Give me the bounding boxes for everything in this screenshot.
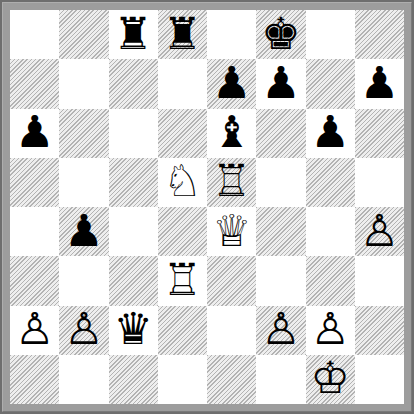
square-d1[interactable] — [158, 355, 207, 404]
square-f8[interactable]: ♚ — [256, 10, 305, 59]
square-h7[interactable]: ♟ — [355, 59, 404, 108]
black-queen-c2[interactable]: ♛ — [113, 307, 152, 351]
square-h1[interactable] — [355, 355, 404, 404]
square-c3[interactable] — [109, 256, 158, 305]
square-a2[interactable]: ♙ — [10, 306, 59, 355]
black-king-f8[interactable]: ♚ — [261, 12, 300, 56]
square-d3[interactable]: ♖ — [158, 256, 207, 305]
black-bishop-e6[interactable]: ♝ — [212, 110, 251, 154]
square-g3[interactable] — [306, 256, 355, 305]
square-c6[interactable] — [109, 109, 158, 158]
square-d2[interactable] — [158, 306, 207, 355]
square-f4[interactable] — [256, 207, 305, 256]
black-rook-d8[interactable]: ♜ — [163, 12, 202, 56]
square-g8[interactable] — [306, 10, 355, 59]
square-b2[interactable]: ♙ — [59, 306, 108, 355]
square-e4[interactable]: ♕ — [207, 207, 256, 256]
white-rook-e5[interactable]: ♖ — [212, 159, 251, 203]
square-b1[interactable] — [59, 355, 108, 404]
square-a6[interactable]: ♟ — [10, 109, 59, 158]
square-f3[interactable] — [256, 256, 305, 305]
square-b7[interactable] — [59, 59, 108, 108]
white-pawn-h4[interactable]: ♙ — [360, 209, 399, 253]
white-king-g1[interactable]: ♔ — [310, 356, 349, 400]
white-rook-d3[interactable]: ♖ — [163, 258, 202, 302]
square-b3[interactable] — [59, 256, 108, 305]
square-f2[interactable]: ♙ — [256, 306, 305, 355]
square-g2[interactable]: ♙ — [306, 306, 355, 355]
chess-board: ♜♜♚♟♟♟♟♝♟♘♖♟♕♙♖♙♙♛♙♙♔ — [10, 10, 404, 404]
black-pawn-b4[interactable]: ♟ — [64, 209, 103, 253]
square-c7[interactable] — [109, 59, 158, 108]
square-d7[interactable] — [158, 59, 207, 108]
square-e7[interactable]: ♟ — [207, 59, 256, 108]
square-b6[interactable] — [59, 109, 108, 158]
chess-diagram: ♜♜♚♟♟♟♟♝♟♘♖♟♕♙♖♙♙♛♙♙♔ — [0, 0, 414, 414]
square-b8[interactable] — [59, 10, 108, 59]
black-pawn-f7[interactable]: ♟ — [261, 61, 300, 105]
square-g6[interactable]: ♟ — [306, 109, 355, 158]
square-f5[interactable] — [256, 158, 305, 207]
white-pawn-f2[interactable]: ♙ — [261, 307, 300, 351]
square-h6[interactable] — [355, 109, 404, 158]
square-e2[interactable] — [207, 306, 256, 355]
square-b5[interactable] — [59, 158, 108, 207]
black-pawn-e7[interactable]: ♟ — [212, 61, 251, 105]
square-d8[interactable]: ♜ — [158, 10, 207, 59]
square-h2[interactable] — [355, 306, 404, 355]
square-g5[interactable] — [306, 158, 355, 207]
square-c1[interactable] — [109, 355, 158, 404]
square-g1[interactable]: ♔ — [306, 355, 355, 404]
black-pawn-g6[interactable]: ♟ — [310, 110, 349, 154]
square-a4[interactable] — [10, 207, 59, 256]
square-a8[interactable] — [10, 10, 59, 59]
square-b4[interactable]: ♟ — [59, 207, 108, 256]
square-f7[interactable]: ♟ — [256, 59, 305, 108]
square-e8[interactable] — [207, 10, 256, 59]
white-pawn-a2[interactable]: ♙ — [15, 307, 54, 351]
square-h5[interactable] — [355, 158, 404, 207]
white-queen-e4[interactable]: ♕ — [212, 209, 251, 253]
black-rook-c8[interactable]: ♜ — [113, 12, 152, 56]
white-pawn-g2[interactable]: ♙ — [310, 307, 349, 351]
black-pawn-h7[interactable]: ♟ — [360, 61, 399, 105]
square-h3[interactable] — [355, 256, 404, 305]
square-a3[interactable] — [10, 256, 59, 305]
square-f6[interactable] — [256, 109, 305, 158]
white-pawn-b2[interactable]: ♙ — [64, 307, 103, 351]
white-knight-d5[interactable]: ♘ — [163, 159, 202, 203]
board-frame: ♜♜♚♟♟♟♟♝♟♘♖♟♕♙♖♙♙♛♙♙♔ — [0, 0, 414, 414]
square-a1[interactable] — [10, 355, 59, 404]
square-e5[interactable]: ♖ — [207, 158, 256, 207]
square-d6[interactable] — [158, 109, 207, 158]
square-h4[interactable]: ♙ — [355, 207, 404, 256]
square-g7[interactable] — [306, 59, 355, 108]
square-a7[interactable] — [10, 59, 59, 108]
square-d5[interactable]: ♘ — [158, 158, 207, 207]
square-g4[interactable] — [306, 207, 355, 256]
square-d4[interactable] — [158, 207, 207, 256]
square-c8[interactable]: ♜ — [109, 10, 158, 59]
square-f1[interactable] — [256, 355, 305, 404]
square-h8[interactable] — [355, 10, 404, 59]
square-c5[interactable] — [109, 158, 158, 207]
square-e1[interactable] — [207, 355, 256, 404]
square-e6[interactable]: ♝ — [207, 109, 256, 158]
square-a5[interactable] — [10, 158, 59, 207]
black-pawn-a6[interactable]: ♟ — [15, 110, 54, 154]
square-c2[interactable]: ♛ — [109, 306, 158, 355]
square-e3[interactable] — [207, 256, 256, 305]
square-c4[interactable] — [109, 207, 158, 256]
